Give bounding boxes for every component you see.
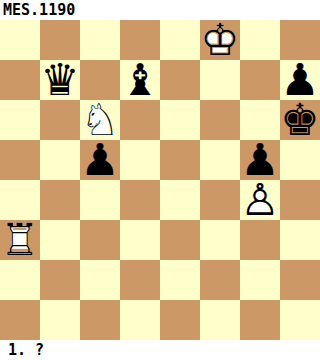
- square-g5[interactable]: ♟: [240, 140, 280, 180]
- square-g7[interactable]: [240, 60, 280, 100]
- square-h5[interactable]: [280, 140, 320, 180]
- square-c8[interactable]: [80, 20, 120, 60]
- square-b3[interactable]: [40, 220, 80, 260]
- square-f8[interactable]: ♚♔: [200, 20, 240, 60]
- chess-board: ♚♔♛♝♟♞♘♚♟♟♟♙♜♖: [0, 20, 320, 340]
- white-king-fill: ♚: [200, 20, 240, 60]
- square-a2[interactable]: [0, 260, 40, 300]
- square-f4[interactable]: [200, 180, 240, 220]
- square-b7[interactable]: ♛: [40, 60, 80, 100]
- white-knight-fill: ♞: [80, 100, 120, 140]
- square-f2[interactable]: [200, 260, 240, 300]
- square-d5[interactable]: [120, 140, 160, 180]
- move-prompt: 1. ?: [0, 341, 44, 359]
- square-a5[interactable]: [0, 140, 40, 180]
- square-b2[interactable]: [40, 260, 80, 300]
- square-h4[interactable]: [280, 180, 320, 220]
- square-f1[interactable]: [200, 300, 240, 340]
- white-knight: ♘: [80, 100, 120, 140]
- square-e2[interactable]: [160, 260, 200, 300]
- square-g6[interactable]: [240, 100, 280, 140]
- square-d4[interactable]: [120, 180, 160, 220]
- white-pawn: ♙: [240, 180, 280, 220]
- square-e5[interactable]: [160, 140, 200, 180]
- square-d6[interactable]: [120, 100, 160, 140]
- square-g8[interactable]: [240, 20, 280, 60]
- square-e6[interactable]: [160, 100, 200, 140]
- square-d2[interactable]: [120, 260, 160, 300]
- square-c5[interactable]: ♟: [80, 140, 120, 180]
- square-a3[interactable]: ♜♖: [0, 220, 40, 260]
- square-g3[interactable]: [240, 220, 280, 260]
- square-d8[interactable]: [120, 20, 160, 60]
- puzzle-id: MES.1190: [0, 1, 75, 19]
- square-e1[interactable]: [160, 300, 200, 340]
- square-a7[interactable]: [0, 60, 40, 100]
- square-g1[interactable]: [240, 300, 280, 340]
- square-e3[interactable]: [160, 220, 200, 260]
- black-pawn: ♟: [280, 60, 320, 100]
- square-f6[interactable]: [200, 100, 240, 140]
- square-e4[interactable]: [160, 180, 200, 220]
- square-a8[interactable]: [0, 20, 40, 60]
- black-king: ♚: [280, 100, 320, 140]
- square-d3[interactable]: [120, 220, 160, 260]
- square-e8[interactable]: [160, 20, 200, 60]
- square-b1[interactable]: [40, 300, 80, 340]
- white-king: ♔: [200, 20, 240, 60]
- white-rook-fill: ♜: [0, 220, 40, 260]
- square-c1[interactable]: [80, 300, 120, 340]
- black-pawn: ♟: [80, 140, 120, 180]
- square-h2[interactable]: [280, 260, 320, 300]
- square-a6[interactable]: [0, 100, 40, 140]
- square-b8[interactable]: [40, 20, 80, 60]
- square-g4[interactable]: ♟♙: [240, 180, 280, 220]
- black-bishop: ♝: [120, 60, 160, 100]
- square-c2[interactable]: [80, 260, 120, 300]
- square-c6[interactable]: ♞♘: [80, 100, 120, 140]
- square-h8[interactable]: [280, 20, 320, 60]
- white-rook: ♖: [0, 220, 40, 260]
- square-c4[interactable]: [80, 180, 120, 220]
- white-pawn-fill: ♟: [240, 180, 280, 220]
- square-f3[interactable]: [200, 220, 240, 260]
- square-b5[interactable]: [40, 140, 80, 180]
- square-c3[interactable]: [80, 220, 120, 260]
- diagram-header: MES.1190: [0, 0, 320, 20]
- square-d1[interactable]: [120, 300, 160, 340]
- square-a1[interactable]: [0, 300, 40, 340]
- square-h3[interactable]: [280, 220, 320, 260]
- square-d7[interactable]: ♝: [120, 60, 160, 100]
- square-h7[interactable]: ♟: [280, 60, 320, 100]
- square-b4[interactable]: [40, 180, 80, 220]
- square-f7[interactable]: [200, 60, 240, 100]
- move-prompt-bar: 1. ?: [0, 340, 320, 360]
- square-h6[interactable]: ♚: [280, 100, 320, 140]
- square-g2[interactable]: [240, 260, 280, 300]
- black-queen: ♛: [40, 60, 80, 100]
- square-c7[interactable]: [80, 60, 120, 100]
- square-a4[interactable]: [0, 180, 40, 220]
- square-h1[interactable]: [280, 300, 320, 340]
- black-pawn: ♟: [240, 140, 280, 180]
- square-f5[interactable]: [200, 140, 240, 180]
- square-b6[interactable]: [40, 100, 80, 140]
- square-e7[interactable]: [160, 60, 200, 100]
